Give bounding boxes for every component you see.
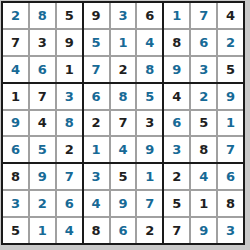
- cell-r8c6[interactable]: 7: [137, 191, 162, 216]
- cell-r9c1[interactable]: 5: [3, 218, 28, 243]
- cell-r1c3[interactable]: 5: [57, 3, 82, 28]
- cell-r7c3[interactable]: 7: [57, 164, 82, 189]
- sudoku-box-8: 351497862: [84, 164, 163, 243]
- cell-r3c1[interactable]: 4: [3, 57, 28, 82]
- cell-r1c1[interactable]: 2: [3, 3, 28, 28]
- cell-r5c1[interactable]: 9: [3, 111, 28, 136]
- cell-r3c7[interactable]: 9: [164, 57, 189, 82]
- cell-r8c2[interactable]: 2: [30, 191, 55, 216]
- cell-r2c8[interactable]: 6: [191, 30, 216, 55]
- cell-r6c9[interactable]: 7: [218, 137, 243, 162]
- cell-r4c7[interactable]: 4: [164, 84, 189, 109]
- cell-r8c1[interactable]: 3: [3, 191, 28, 216]
- cell-r5c7[interactable]: 6: [164, 111, 189, 136]
- cell-r9c7[interactable]: 7: [164, 218, 189, 243]
- cell-r6c1[interactable]: 6: [3, 137, 28, 162]
- cell-r3c2[interactable]: 6: [30, 57, 55, 82]
- cell-r4c4[interactable]: 6: [84, 84, 109, 109]
- sudoku-box-4: 173948652: [3, 84, 82, 163]
- cell-r9c4[interactable]: 8: [84, 218, 109, 243]
- cell-r2c6[interactable]: 4: [137, 30, 162, 55]
- cell-r9c5[interactable]: 6: [111, 218, 136, 243]
- cell-r7c8[interactable]: 4: [191, 164, 216, 189]
- cell-r5c3[interactable]: 8: [57, 111, 82, 136]
- cell-r8c4[interactable]: 4: [84, 191, 109, 216]
- cell-r4c2[interactable]: 7: [30, 84, 55, 109]
- cell-r7c5[interactable]: 5: [111, 164, 136, 189]
- cell-r6c8[interactable]: 8: [191, 137, 216, 162]
- cell-r9c9[interactable]: 3: [218, 218, 243, 243]
- cell-r7c1[interactable]: 8: [3, 164, 28, 189]
- cell-r1c8[interactable]: 7: [191, 3, 216, 28]
- cell-r8c5[interactable]: 9: [111, 191, 136, 216]
- cell-r7c4[interactable]: 3: [84, 164, 109, 189]
- sudoku-box-9: 246518793: [164, 164, 243, 243]
- cell-r8c8[interactable]: 1: [191, 191, 216, 216]
- cell-r3c6[interactable]: 8: [137, 57, 162, 82]
- cell-r9c8[interactable]: 9: [191, 218, 216, 243]
- sudoku-box-2: 936514728: [84, 3, 163, 82]
- cell-r3c8[interactable]: 3: [191, 57, 216, 82]
- cell-r6c4[interactable]: 1: [84, 137, 109, 162]
- cell-r9c2[interactable]: 1: [30, 218, 55, 243]
- cell-r9c6[interactable]: 2: [137, 218, 162, 243]
- cell-r6c7[interactable]: 3: [164, 137, 189, 162]
- cell-r1c6[interactable]: 6: [137, 3, 162, 28]
- cell-r5c6[interactable]: 3: [137, 111, 162, 136]
- cell-r4c5[interactable]: 8: [111, 84, 136, 109]
- cell-r8c9[interactable]: 8: [218, 191, 243, 216]
- cell-r2c5[interactable]: 1: [111, 30, 136, 55]
- sudoku-box-1: 285739461: [3, 3, 82, 82]
- cell-r4c8[interactable]: 2: [191, 84, 216, 109]
- cell-r2c3[interactable]: 9: [57, 30, 82, 55]
- cell-r4c9[interactable]: 9: [218, 84, 243, 109]
- cell-r4c6[interactable]: 5: [137, 84, 162, 109]
- cell-r2c1[interactable]: 7: [3, 30, 28, 55]
- cell-r2c2[interactable]: 3: [30, 30, 55, 55]
- cell-r4c1[interactable]: 1: [3, 84, 28, 109]
- cell-r3c5[interactable]: 2: [111, 57, 136, 82]
- cell-r6c3[interactable]: 2: [57, 137, 82, 162]
- cell-r2c7[interactable]: 8: [164, 30, 189, 55]
- cell-r5c2[interactable]: 4: [30, 111, 55, 136]
- cell-r6c2[interactable]: 5: [30, 137, 55, 162]
- cell-r3c4[interactable]: 7: [84, 57, 109, 82]
- cell-r8c7[interactable]: 5: [164, 191, 189, 216]
- cell-r6c6[interactable]: 9: [137, 137, 162, 162]
- cell-r9c3[interactable]: 4: [57, 218, 82, 243]
- cell-r5c4[interactable]: 2: [84, 111, 109, 136]
- sudoku-board: 2857394619365147281748629351739486526852…: [1, 1, 245, 245]
- cell-r2c9[interactable]: 2: [218, 30, 243, 55]
- cell-r1c2[interactable]: 8: [30, 3, 55, 28]
- cell-r6c5[interactable]: 4: [111, 137, 136, 162]
- cell-r3c3[interactable]: 1: [57, 57, 82, 82]
- cell-r1c7[interactable]: 1: [164, 3, 189, 28]
- cell-r5c9[interactable]: 1: [218, 111, 243, 136]
- cell-r7c2[interactable]: 9: [30, 164, 55, 189]
- cell-r1c4[interactable]: 9: [84, 3, 109, 28]
- cell-r5c8[interactable]: 5: [191, 111, 216, 136]
- sudoku-box-6: 429651387: [164, 84, 243, 163]
- sudoku-box-5: 685273149: [84, 84, 163, 163]
- cell-r2c4[interactable]: 5: [84, 30, 109, 55]
- cell-r5c5[interactable]: 7: [111, 111, 136, 136]
- cell-r8c3[interactable]: 6: [57, 191, 82, 216]
- cell-r4c3[interactable]: 3: [57, 84, 82, 109]
- cell-r7c9[interactable]: 6: [218, 164, 243, 189]
- cell-r1c9[interactable]: 4: [218, 3, 243, 28]
- cell-r3c9[interactable]: 5: [218, 57, 243, 82]
- cell-r7c7[interactable]: 2: [164, 164, 189, 189]
- cell-r7c6[interactable]: 1: [137, 164, 162, 189]
- sudoku-box-3: 174862935: [164, 3, 243, 82]
- cell-r1c5[interactable]: 3: [111, 3, 136, 28]
- sudoku-box-7: 897326514: [3, 164, 82, 243]
